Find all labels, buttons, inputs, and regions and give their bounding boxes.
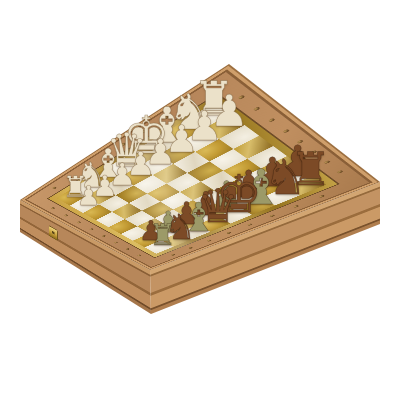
product-photo: ♜♞♝♛♚♝♞♜♟♟♟♟♟♟♟♟♟♟♟♟♟♟♟♟♜♞♝♛♚♝♞♜ (0, 0, 400, 400)
brass-latch (49, 225, 58, 241)
